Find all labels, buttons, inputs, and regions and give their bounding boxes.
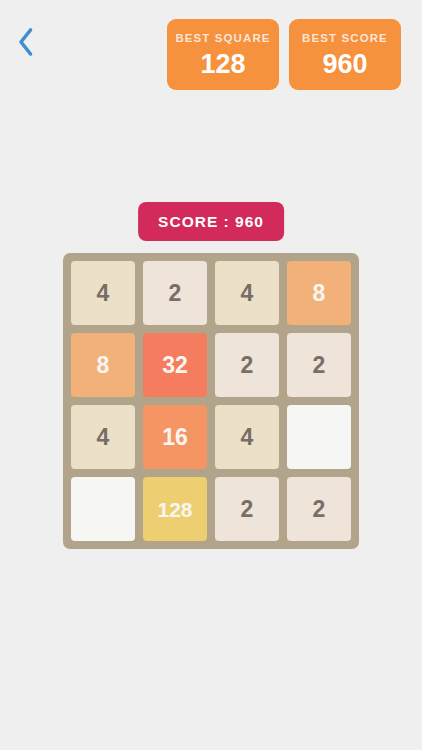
tile-2: 2 bbox=[287, 333, 351, 397]
tile-16: 16 bbox=[143, 405, 207, 469]
back-button[interactable] bbox=[6, 20, 46, 64]
empty-cell bbox=[71, 477, 135, 541]
tile-4: 4 bbox=[71, 405, 135, 469]
tile-8: 8 bbox=[71, 333, 135, 397]
tile-2: 2 bbox=[215, 477, 279, 541]
best-square-label: BEST SQUARE bbox=[175, 33, 270, 45]
best-score-badge: BEST SCORE 960 bbox=[289, 19, 401, 90]
best-score-label: BEST SCORE bbox=[302, 33, 388, 45]
tile-2: 2 bbox=[215, 333, 279, 397]
tile-8: 8 bbox=[287, 261, 351, 325]
score-text: SCORE : 960 bbox=[158, 213, 264, 231]
chevron-left-icon bbox=[16, 27, 36, 57]
board-2048[interactable]: 424883222416412822 bbox=[63, 253, 359, 549]
tile-32: 32 bbox=[143, 333, 207, 397]
tile-128: 128 bbox=[143, 477, 207, 541]
best-square-value: 128 bbox=[200, 51, 245, 78]
tile-2: 2 bbox=[287, 477, 351, 541]
tile-4: 4 bbox=[215, 261, 279, 325]
empty-cell bbox=[287, 405, 351, 469]
tile-4: 4 bbox=[215, 405, 279, 469]
header-badges: BEST SQUARE 128 BEST SCORE 960 bbox=[167, 19, 401, 90]
score-badge: SCORE : 960 bbox=[138, 202, 284, 241]
tile-2: 2 bbox=[143, 261, 207, 325]
tile-4: 4 bbox=[71, 261, 135, 325]
best-score-value: 960 bbox=[322, 51, 367, 78]
best-square-badge: BEST SQUARE 128 bbox=[167, 19, 279, 90]
